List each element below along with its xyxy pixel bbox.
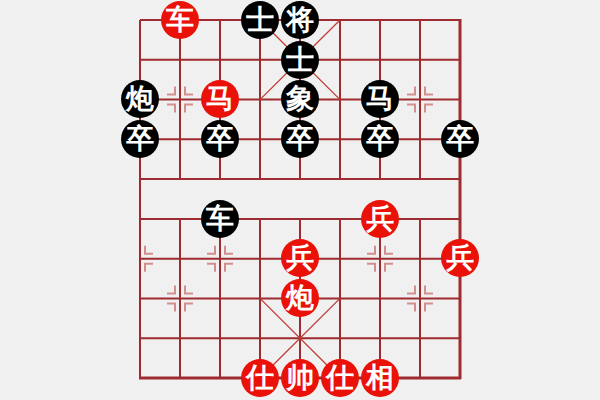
piece-red-soldier[interactable]: 兵: [361, 200, 399, 238]
piece-black-horse[interactable]: 马: [361, 80, 399, 118]
board-point: 仕: [240, 358, 280, 398]
board-point: 马: [360, 80, 400, 120]
piece-black-advisor[interactable]: 士: [241, 1, 279, 39]
board-point: 相: [360, 358, 400, 398]
piece-black-soldier[interactable]: 卒: [201, 120, 239, 158]
piece-black-cannon[interactable]: 炮: [121, 80, 159, 118]
board-point: 兵: [360, 199, 400, 239]
piece-red-advisor[interactable]: 仕: [241, 359, 279, 397]
piece-black-elephant[interactable]: 象: [281, 80, 319, 118]
board-point: 炮: [120, 80, 160, 120]
piece-black-soldier[interactable]: 卒: [361, 120, 399, 158]
board-point: 卒: [360, 119, 400, 159]
board-point: 马: [200, 80, 240, 120]
piece-red-soldier[interactable]: 兵: [441, 239, 479, 277]
piece-black-advisor[interactable]: 士: [281, 41, 319, 79]
board-point: 炮: [280, 278, 320, 318]
piece-black-chariot[interactable]: 车: [201, 200, 239, 238]
piece-red-cannon[interactable]: 炮: [281, 279, 319, 317]
board-point: 兵: [440, 239, 480, 279]
board-point: 帅: [280, 358, 320, 398]
piece-black-soldier[interactable]: 卒: [121, 120, 159, 158]
board-point: 象: [280, 80, 320, 120]
xiangqi-board: 车士将士炮马象马卒卒卒卒卒车兵兵兵炮仕帅仕相: [0, 0, 600, 400]
board-point: 卒: [200, 119, 240, 159]
board-point: 士: [280, 40, 320, 80]
piece-red-horse[interactable]: 马: [201, 80, 239, 118]
piece-red-soldier[interactable]: 兵: [281, 239, 319, 277]
piece-black-soldier[interactable]: 卒: [281, 120, 319, 158]
piece-black-soldier[interactable]: 卒: [441, 120, 479, 158]
piece-red-chariot[interactable]: 车: [161, 1, 199, 39]
board-point: 卒: [440, 119, 480, 159]
board-point: 兵: [280, 239, 320, 279]
piece-grid: 车士将士炮马象马卒卒卒卒卒车兵兵兵炮仕帅仕相: [120, 0, 480, 398]
board-point: 将: [280, 0, 320, 40]
piece-red-general[interactable]: 帅: [281, 359, 319, 397]
piece-red-elephant[interactable]: 相: [361, 359, 399, 397]
piece-red-advisor[interactable]: 仕: [321, 359, 359, 397]
board-point: 仕: [320, 358, 360, 398]
piece-black-general[interactable]: 将: [281, 1, 319, 39]
board-point: 卒: [280, 119, 320, 159]
board-point: 车: [160, 0, 200, 40]
board-point: 卒: [120, 119, 160, 159]
board-point: 车: [200, 199, 240, 239]
board-point: 士: [240, 0, 280, 40]
